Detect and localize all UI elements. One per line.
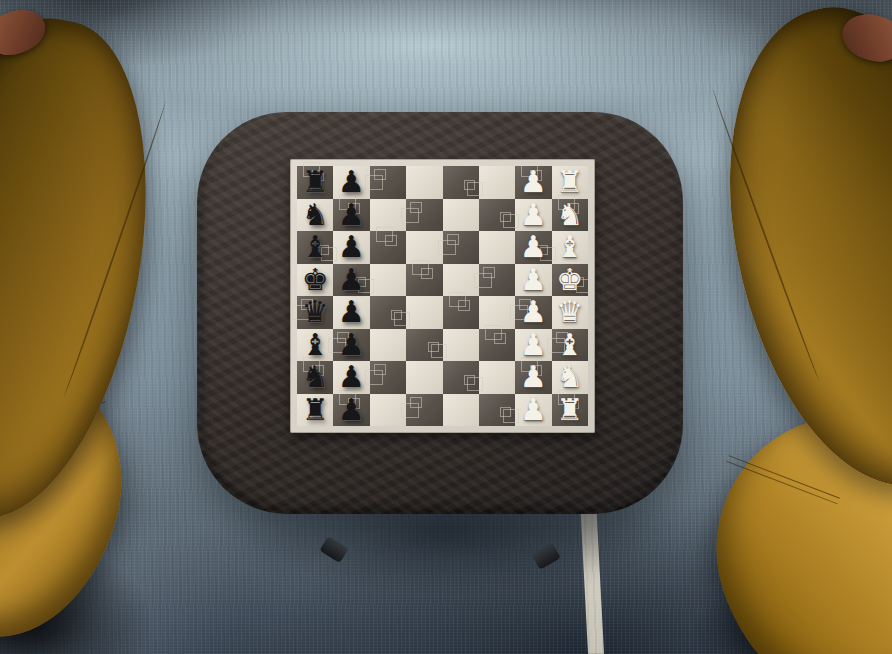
square-4-7[interactable]: ♛ <box>552 296 588 329</box>
square-2-2[interactable] <box>370 231 406 264</box>
square-0-3[interactable] <box>406 166 442 199</box>
piece-bB[interactable]: ♝ <box>297 231 333 264</box>
square-1-4[interactable] <box>443 199 479 232</box>
chess-board[interactable]: ♜♟♟♜♞♟♟♞♝♟♟♝♚♟♟♚♛♟♟♛♝♟♟♝♞♟♟♞♜♟♟♜ <box>297 166 588 426</box>
square-5-3[interactable] <box>406 329 442 362</box>
piece-wP[interactable]: ♟ <box>515 329 551 362</box>
piece-wP[interactable]: ♟ <box>515 264 551 297</box>
square-7-4[interactable] <box>443 394 479 427</box>
chess-board-frame: ♜♟♟♜♞♟♟♞♝♟♟♝♚♟♟♚♛♟♟♛♝♟♟♝♞♟♟♞♜♟♟♜ <box>290 159 595 433</box>
square-2-5[interactable] <box>479 231 515 264</box>
square-1-0[interactable]: ♞ <box>297 199 333 232</box>
square-5-5[interactable] <box>479 329 515 362</box>
square-4-2[interactable] <box>370 296 406 329</box>
piece-bR[interactable]: ♜ <box>297 394 333 427</box>
square-0-0[interactable]: ♜ <box>297 166 333 199</box>
square-5-7[interactable]: ♝ <box>552 329 588 362</box>
armchair-left <box>0 0 210 654</box>
square-4-4[interactable] <box>443 296 479 329</box>
square-3-1[interactable]: ♟ <box>333 264 369 297</box>
piece-wP[interactable]: ♟ <box>515 231 551 264</box>
square-7-5[interactable] <box>479 394 515 427</box>
piece-wP[interactable]: ♟ <box>515 166 551 199</box>
square-4-0[interactable]: ♛ <box>297 296 333 329</box>
piece-bK[interactable]: ♚ <box>297 264 333 297</box>
piece-wB[interactable]: ♝ <box>552 231 588 264</box>
square-5-6[interactable]: ♟ <box>515 329 551 362</box>
square-6-1[interactable]: ♟ <box>333 361 369 394</box>
piece-wK[interactable]: ♚ <box>552 264 588 297</box>
square-7-1[interactable]: ♟ <box>333 394 369 427</box>
square-3-6[interactable]: ♟ <box>515 264 551 297</box>
square-1-5[interactable] <box>479 199 515 232</box>
square-0-2[interactable] <box>370 166 406 199</box>
square-4-6[interactable]: ♟ <box>515 296 551 329</box>
square-2-6[interactable]: ♟ <box>515 231 551 264</box>
armchair-right <box>672 0 892 654</box>
piece-wN[interactable]: ♞ <box>552 199 588 232</box>
piece-bB[interactable]: ♝ <box>297 329 333 362</box>
piece-bP[interactable]: ♟ <box>333 361 369 394</box>
square-1-7[interactable]: ♞ <box>552 199 588 232</box>
square-0-5[interactable] <box>479 166 515 199</box>
square-3-7[interactable]: ♚ <box>552 264 588 297</box>
piece-wP[interactable]: ♟ <box>515 361 551 394</box>
square-5-0[interactable]: ♝ <box>297 329 333 362</box>
piece-bP[interactable]: ♟ <box>333 199 369 232</box>
square-0-1[interactable]: ♟ <box>333 166 369 199</box>
piece-bP[interactable]: ♟ <box>333 329 369 362</box>
square-7-0[interactable]: ♜ <box>297 394 333 427</box>
square-7-6[interactable]: ♟ <box>515 394 551 427</box>
square-3-3[interactable] <box>406 264 442 297</box>
square-6-5[interactable] <box>479 361 515 394</box>
piece-wP[interactable]: ♟ <box>515 394 551 427</box>
piece-wP[interactable]: ♟ <box>515 296 551 329</box>
piece-bP[interactable]: ♟ <box>333 264 369 297</box>
piece-bP[interactable]: ♟ <box>333 296 369 329</box>
square-4-3[interactable] <box>406 296 442 329</box>
square-4-1[interactable]: ♟ <box>333 296 369 329</box>
piece-bR[interactable]: ♜ <box>297 166 333 199</box>
square-6-2[interactable] <box>370 361 406 394</box>
room-scene: ♜♟♟♜♞♟♟♞♝♟♟♝♚♟♟♚♛♟♟♛♝♟♟♝♞♟♟♞♜♟♟♜ <box>0 0 892 654</box>
piece-wN[interactable]: ♞ <box>552 361 588 394</box>
piece-wR[interactable]: ♜ <box>552 166 588 199</box>
square-1-1[interactable]: ♟ <box>333 199 369 232</box>
square-1-3[interactable] <box>406 199 442 232</box>
piece-wP[interactable]: ♟ <box>515 199 551 232</box>
piece-bP[interactable]: ♟ <box>333 231 369 264</box>
piece-wR[interactable]: ♜ <box>552 394 588 427</box>
square-2-0[interactable]: ♝ <box>297 231 333 264</box>
square-5-1[interactable]: ♟ <box>333 329 369 362</box>
piece-bN[interactable]: ♞ <box>297 199 333 232</box>
square-3-2[interactable] <box>370 264 406 297</box>
square-3-0[interactable]: ♚ <box>297 264 333 297</box>
piece-bP[interactable]: ♟ <box>333 394 369 427</box>
square-6-0[interactable]: ♞ <box>297 361 333 394</box>
square-7-3[interactable] <box>406 394 442 427</box>
square-5-4[interactable] <box>443 329 479 362</box>
square-0-6[interactable]: ♟ <box>515 166 551 199</box>
square-5-2[interactable] <box>370 329 406 362</box>
square-3-5[interactable] <box>479 264 515 297</box>
square-7-7[interactable]: ♜ <box>552 394 588 427</box>
square-0-4[interactable] <box>443 166 479 199</box>
square-2-4[interactable] <box>443 231 479 264</box>
piece-wQ[interactable]: ♛ <box>552 296 588 329</box>
square-2-1[interactable]: ♟ <box>333 231 369 264</box>
piece-wB[interactable]: ♝ <box>552 329 588 362</box>
square-6-6[interactable]: ♟ <box>515 361 551 394</box>
square-1-6[interactable]: ♟ <box>515 199 551 232</box>
square-6-3[interactable] <box>406 361 442 394</box>
square-6-4[interactable] <box>443 361 479 394</box>
square-6-7[interactable]: ♞ <box>552 361 588 394</box>
piece-bN[interactable]: ♞ <box>297 361 333 394</box>
square-2-7[interactable]: ♝ <box>552 231 588 264</box>
piece-bQ[interactable]: ♛ <box>297 296 333 329</box>
piece-bP[interactable]: ♟ <box>333 166 369 199</box>
square-0-7[interactable]: ♜ <box>552 166 588 199</box>
